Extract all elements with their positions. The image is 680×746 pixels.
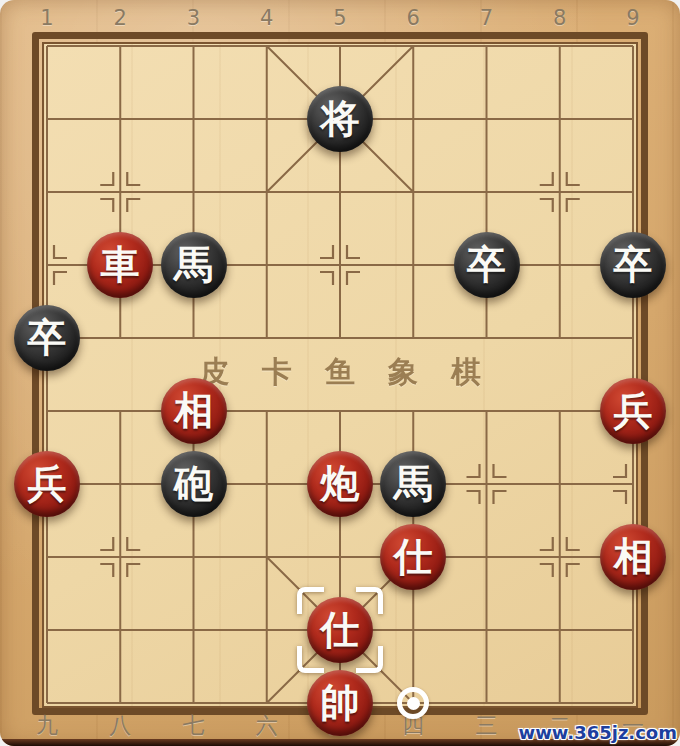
file-label: 八 xyxy=(84,711,156,741)
piece-black-general[interactable]: 将 xyxy=(307,86,373,152)
piece-glyph: 仕 xyxy=(321,610,360,649)
piece-red-cannon[interactable]: 炮 xyxy=(307,451,373,517)
piece-black-soldier[interactable]: 卒 xyxy=(14,305,80,371)
piece-glyph: 相 xyxy=(614,537,653,576)
last-move-origin-marker xyxy=(397,687,429,719)
file-label: 三 xyxy=(451,711,523,741)
piece-red-soldier[interactable]: 兵 xyxy=(600,378,666,444)
piece-black-horse[interactable]: 馬 xyxy=(161,232,227,298)
piece-glyph: 卒 xyxy=(467,245,506,284)
river-engine-text: 皮卡鱼象棋 xyxy=(47,352,633,393)
file-label: 6 xyxy=(377,6,449,30)
piece-glyph: 馬 xyxy=(394,464,433,503)
piece-glyph: 卒 xyxy=(28,318,67,357)
piece-glyph: 車 xyxy=(101,245,140,284)
piece-red-advisor[interactable]: 仕 xyxy=(307,597,373,663)
file-label: 8 xyxy=(524,6,596,30)
piece-glyph: 卒 xyxy=(614,245,653,284)
piece-black-soldier[interactable]: 卒 xyxy=(454,232,520,298)
piece-black-soldier[interactable]: 卒 xyxy=(600,232,666,298)
file-label: 3 xyxy=(158,6,230,30)
file-label: 六 xyxy=(231,711,303,741)
piece-black-cannon[interactable]: 砲 xyxy=(161,451,227,517)
file-label: 七 xyxy=(158,711,230,741)
piece-glyph: 将 xyxy=(321,99,360,138)
piece-red-advisor[interactable]: 仕 xyxy=(380,524,446,590)
file-label: 九 xyxy=(11,711,83,741)
watermark: www.365jz.com xyxy=(519,722,677,743)
piece-glyph: 仕 xyxy=(394,537,433,576)
file-label: 2 xyxy=(84,6,156,30)
piece-glyph: 兵 xyxy=(28,464,67,503)
piece-glyph: 炮 xyxy=(321,464,360,503)
piece-red-chariot[interactable]: 車 xyxy=(87,232,153,298)
file-label: 1 xyxy=(11,6,83,30)
piece-red-soldier[interactable]: 兵 xyxy=(14,451,80,517)
file-label: 4 xyxy=(231,6,303,30)
file-label: 7 xyxy=(451,6,523,30)
piece-glyph: 砲 xyxy=(174,464,213,503)
piece-black-horse[interactable]: 馬 xyxy=(380,451,446,517)
piece-glyph: 兵 xyxy=(614,391,653,430)
piece-glyph: 相 xyxy=(174,391,213,430)
file-label: 9 xyxy=(597,6,669,30)
file-label: 5 xyxy=(304,6,376,30)
piece-glyph: 馬 xyxy=(174,245,213,284)
file-labels-top: 123456789 xyxy=(0,6,680,32)
piece-glyph: 帥 xyxy=(321,683,360,722)
xiangqi-board[interactable]: 皮卡鱼象棋 123456789 九八七六五四三二一 将車馬卒卒卒相兵兵砲炮馬仕相… xyxy=(0,0,680,746)
piece-red-elephant[interactable]: 相 xyxy=(161,378,227,444)
piece-red-king[interactable]: 帥 xyxy=(307,670,373,736)
piece-red-elephant[interactable]: 相 xyxy=(600,524,666,590)
